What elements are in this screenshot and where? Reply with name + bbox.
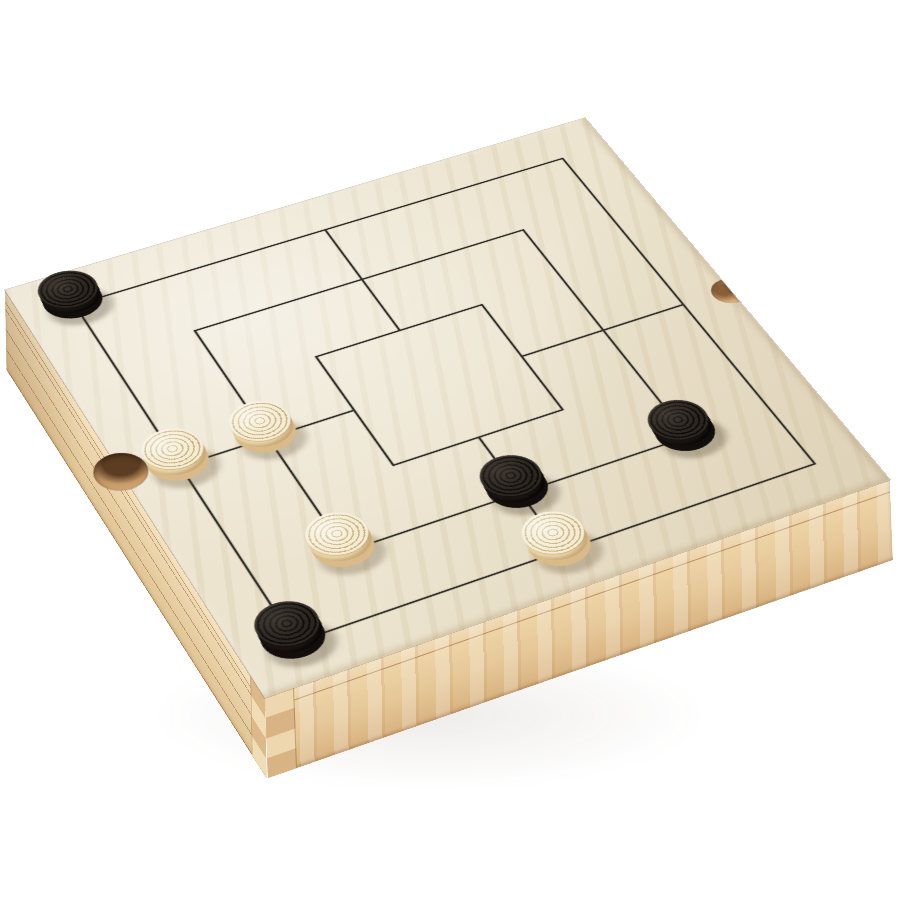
white-piece[interactable]: [227, 411, 308, 465]
white-piece[interactable]: [139, 439, 221, 494]
black-piece[interactable]: [36, 280, 114, 330]
morris-board: [5, 118, 890, 698]
black-piece[interactable]: [253, 612, 339, 673]
white-piece[interactable]: [304, 523, 388, 581]
product-photo-scene: [0, 0, 900, 900]
black-piece[interactable]: [647, 410, 729, 464]
white-piece[interactable]: [521, 522, 606, 580]
